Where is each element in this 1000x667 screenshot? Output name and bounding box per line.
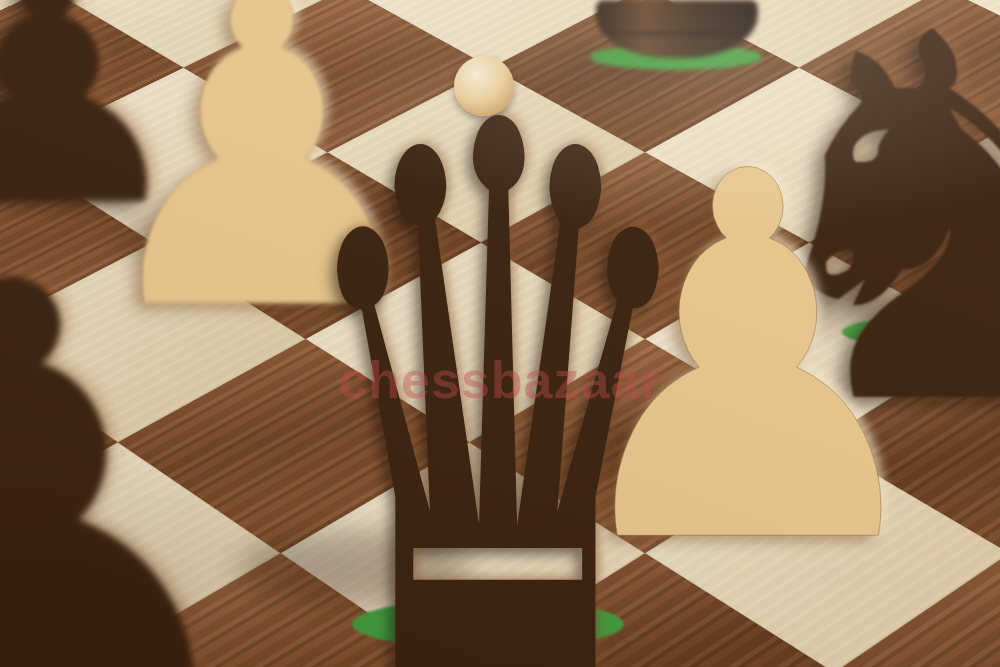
chess-product-photo: ♟♟♞♛♟♟ chessbazaar xyxy=(0,0,1000,667)
chessboard-grid xyxy=(0,0,1000,667)
